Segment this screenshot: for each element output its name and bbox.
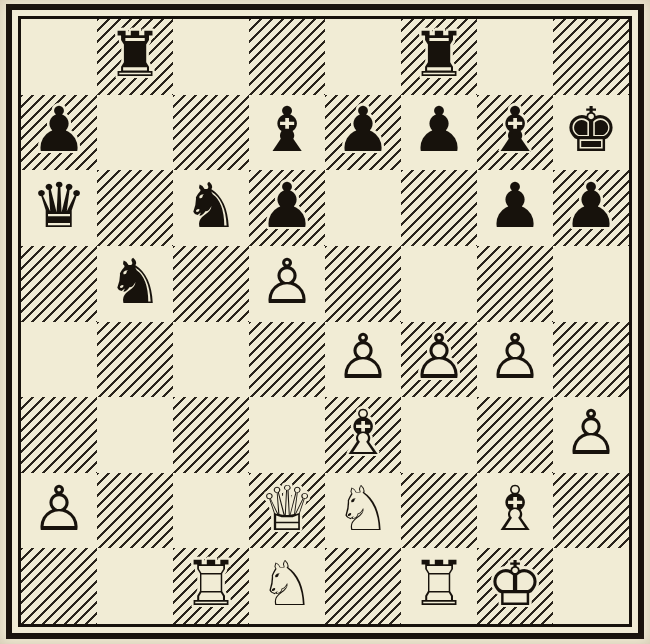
square-c6: ♞	[173, 170, 249, 246]
square-f3	[401, 397, 477, 473]
piece-glyph: ♝	[259, 99, 315, 161]
square-d3	[249, 397, 325, 473]
square-a5	[21, 246, 97, 322]
piece-glyph: ♘	[259, 553, 315, 615]
square-a7: ♟	[21, 95, 97, 171]
board-outer-frame: ♜♜♟♝♟♟♝♚♛♞♟♟♟♞♟♙♟♙♟♙♟♙♝♗♟♙♟♙♛♕♞♘♝♗♜♖♞♘♜♖…	[6, 4, 644, 639]
black-knight-c6: ♞	[173, 170, 249, 246]
white-pawn-e4: ♟♙	[325, 322, 401, 398]
piece-glyph: ♙	[31, 477, 87, 539]
white-queen-d2: ♛♕	[249, 473, 325, 549]
square-e2: ♞♘	[325, 473, 401, 549]
square-a3	[21, 397, 97, 473]
square-e5	[325, 246, 401, 322]
square-h4	[553, 322, 629, 398]
square-f5	[401, 246, 477, 322]
white-knight-e2: ♞♘	[325, 473, 401, 549]
square-h6: ♟	[553, 170, 629, 246]
piece-glyph: ♖	[411, 553, 467, 615]
black-pawn-a7: ♟	[21, 95, 97, 171]
square-e4: ♟♙	[325, 322, 401, 398]
white-rook-f1: ♜♖	[401, 548, 477, 624]
black-pawn-d6: ♟	[249, 170, 325, 246]
square-a6: ♛	[21, 170, 97, 246]
square-g7: ♝	[477, 95, 553, 171]
piece-glyph: ♜	[411, 23, 467, 85]
square-e7: ♟	[325, 95, 401, 171]
square-e1	[325, 548, 401, 624]
white-king-g1: ♚♔	[477, 548, 553, 624]
square-c1: ♜♖	[173, 548, 249, 624]
black-pawn-g6: ♟	[477, 170, 553, 246]
piece-glyph: ♙	[335, 326, 391, 388]
square-d2: ♛♕	[249, 473, 325, 549]
square-g5	[477, 246, 553, 322]
square-a4	[21, 322, 97, 398]
square-h5	[553, 246, 629, 322]
white-bishop-e3: ♝♗	[325, 397, 401, 473]
black-bishop-g7: ♝	[477, 95, 553, 171]
square-e8	[325, 19, 401, 95]
square-f1: ♜♖	[401, 548, 477, 624]
square-b2	[97, 473, 173, 549]
square-a8	[21, 19, 97, 95]
square-h7: ♚	[553, 95, 629, 171]
black-king-h7: ♚	[553, 95, 629, 171]
white-knight-d1: ♞♘	[249, 548, 325, 624]
square-d8	[249, 19, 325, 95]
piece-glyph: ♙	[411, 326, 467, 388]
square-h8	[553, 19, 629, 95]
piece-glyph: ♘	[335, 477, 391, 539]
piece-glyph: ♜	[107, 23, 163, 85]
square-g4: ♟♙	[477, 322, 553, 398]
piece-glyph: ♖	[183, 553, 239, 615]
piece-glyph: ♟	[31, 99, 87, 161]
white-pawn-a2: ♟♙	[21, 473, 97, 549]
square-b1	[97, 548, 173, 624]
piece-glyph: ♟	[335, 99, 391, 161]
square-h2	[553, 473, 629, 549]
piece-glyph: ♞	[107, 250, 163, 312]
piece-glyph: ♛	[31, 175, 87, 237]
piece-glyph: ♔	[487, 553, 543, 615]
square-a2: ♟♙	[21, 473, 97, 549]
square-c7	[173, 95, 249, 171]
square-a1	[21, 548, 97, 624]
board-inner-frame: ♜♜♟♝♟♟♝♚♛♞♟♟♟♞♟♙♟♙♟♙♟♙♝♗♟♙♟♙♛♕♞♘♝♗♜♖♞♘♜♖…	[18, 16, 632, 627]
square-e3: ♝♗	[325, 397, 401, 473]
square-b6	[97, 170, 173, 246]
square-h3: ♟♙	[553, 397, 629, 473]
piece-glyph: ♟	[487, 175, 543, 237]
square-g3	[477, 397, 553, 473]
white-pawn-g4: ♟♙	[477, 322, 553, 398]
piece-glyph: ♗	[487, 477, 543, 539]
square-f4: ♟♙	[401, 322, 477, 398]
square-c8	[173, 19, 249, 95]
piece-glyph: ♙	[563, 401, 619, 463]
black-pawn-f7: ♟	[401, 95, 477, 171]
piece-glyph: ♕	[259, 477, 315, 539]
black-bishop-d7: ♝	[249, 95, 325, 171]
piece-glyph: ♟	[411, 99, 467, 161]
piece-glyph: ♗	[335, 401, 391, 463]
square-h1	[553, 548, 629, 624]
square-d4	[249, 322, 325, 398]
square-b4	[97, 322, 173, 398]
chess-board: ♜♜♟♝♟♟♝♚♛♞♟♟♟♞♟♙♟♙♟♙♟♙♝♗♟♙♟♙♛♕♞♘♝♗♜♖♞♘♜♖…	[21, 19, 629, 624]
piece-glyph: ♝	[487, 99, 543, 161]
piece-glyph: ♞	[183, 175, 239, 237]
white-pawn-d5: ♟♙	[249, 246, 325, 322]
square-f6	[401, 170, 477, 246]
piece-glyph: ♙	[259, 250, 315, 312]
black-rook-b8: ♜	[97, 19, 173, 95]
square-f8: ♜	[401, 19, 477, 95]
square-d6: ♟	[249, 170, 325, 246]
square-f7: ♟	[401, 95, 477, 171]
black-pawn-e7: ♟	[325, 95, 401, 171]
black-rook-f8: ♜	[401, 19, 477, 95]
square-d1: ♞♘	[249, 548, 325, 624]
square-e6	[325, 170, 401, 246]
black-queen-a6: ♛	[21, 170, 97, 246]
square-b7	[97, 95, 173, 171]
black-knight-b5: ♞	[97, 246, 173, 322]
square-c3	[173, 397, 249, 473]
piece-glyph: ♙	[487, 326, 543, 388]
square-b8: ♜	[97, 19, 173, 95]
white-pawn-h3: ♟♙	[553, 397, 629, 473]
square-g8	[477, 19, 553, 95]
square-g6: ♟	[477, 170, 553, 246]
square-c2	[173, 473, 249, 549]
black-pawn-h6: ♟	[553, 170, 629, 246]
piece-glyph: ♚	[563, 99, 619, 161]
piece-glyph: ♟	[259, 175, 315, 237]
piece-glyph: ♟	[563, 175, 619, 237]
square-c4	[173, 322, 249, 398]
white-pawn-f4: ♟♙	[401, 322, 477, 398]
square-b3	[97, 397, 173, 473]
square-g2: ♝♗	[477, 473, 553, 549]
white-bishop-g2: ♝♗	[477, 473, 553, 549]
white-rook-c1: ♜♖	[173, 548, 249, 624]
square-g1: ♚♔	[477, 548, 553, 624]
square-f2	[401, 473, 477, 549]
square-d7: ♝	[249, 95, 325, 171]
square-b5: ♞	[97, 246, 173, 322]
square-d5: ♟♙	[249, 246, 325, 322]
square-c5	[173, 246, 249, 322]
